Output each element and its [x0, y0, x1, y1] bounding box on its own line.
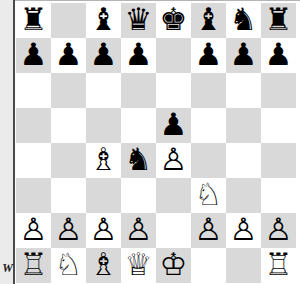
square-a8[interactable]: ♜ — [16, 3, 51, 38]
piece-white-bishop[interactable]: ♗ — [90, 143, 118, 177]
square-a7[interactable]: ♟ — [16, 38, 51, 73]
piece-white-rook[interactable]: ♖ — [265, 248, 293, 282]
piece-black-pawn[interactable]: ♟ — [90, 38, 118, 72]
square-d3[interactable] — [121, 178, 156, 213]
piece-white-bishop[interactable]: ♗ — [90, 248, 118, 282]
square-d6[interactable] — [121, 73, 156, 108]
piece-black-queen[interactable]: ♛ — [125, 3, 153, 37]
square-d7[interactable]: ♟ — [121, 38, 156, 73]
square-h4[interactable] — [261, 143, 296, 178]
square-c2[interactable]: ♙ — [86, 213, 121, 248]
square-c7[interactable]: ♟ — [86, 38, 121, 73]
board-left-border-line — [13, 0, 15, 284]
square-g4[interactable] — [226, 143, 261, 178]
square-g6[interactable] — [226, 73, 261, 108]
square-e2[interactable] — [156, 213, 191, 248]
square-f6[interactable] — [191, 73, 226, 108]
square-g1[interactable] — [226, 248, 261, 283]
square-b7[interactable]: ♟ — [51, 38, 86, 73]
piece-black-bishop[interactable]: ♝ — [195, 3, 223, 37]
square-a1[interactable]: ♖ — [16, 248, 51, 283]
square-d5[interactable] — [121, 108, 156, 143]
piece-black-pawn[interactable]: ♟ — [265, 38, 293, 72]
piece-black-king[interactable]: ♚ — [160, 3, 188, 37]
square-b3[interactable] — [51, 178, 86, 213]
piece-white-pawn[interactable]: ♙ — [230, 213, 258, 247]
piece-white-knight[interactable]: ♘ — [195, 178, 223, 212]
square-d8[interactable]: ♛ — [121, 3, 156, 38]
piece-black-pawn[interactable]: ♟ — [160, 108, 188, 142]
piece-white-pawn[interactable]: ♙ — [195, 213, 223, 247]
square-e6[interactable] — [156, 73, 191, 108]
square-c6[interactable] — [86, 73, 121, 108]
square-a4[interactable] — [16, 143, 51, 178]
square-a3[interactable] — [16, 178, 51, 213]
piece-black-rook[interactable]: ♜ — [265, 3, 293, 37]
piece-black-knight[interactable]: ♞ — [230, 3, 258, 37]
square-c8[interactable]: ♝ — [86, 3, 121, 38]
square-e7[interactable] — [156, 38, 191, 73]
piece-black-pawn[interactable]: ♟ — [125, 38, 153, 72]
piece-black-bishop[interactable]: ♝ — [90, 3, 118, 37]
piece-white-rook[interactable]: ♖ — [20, 248, 48, 282]
piece-white-pawn[interactable]: ♙ — [55, 213, 83, 247]
square-h2[interactable]: ♙ — [261, 213, 296, 248]
square-e3[interactable] — [156, 178, 191, 213]
square-d4[interactable]: ♞ — [121, 143, 156, 178]
square-h1[interactable]: ♖ — [261, 248, 296, 283]
piece-black-rook[interactable]: ♜ — [20, 3, 48, 37]
piece-black-pawn[interactable]: ♟ — [55, 38, 83, 72]
square-g2[interactable]: ♙ — [226, 213, 261, 248]
square-g3[interactable] — [226, 178, 261, 213]
piece-white-pawn[interactable]: ♙ — [265, 213, 293, 247]
square-h3[interactable] — [261, 178, 296, 213]
square-f7[interactable]: ♟ — [191, 38, 226, 73]
square-b5[interactable] — [51, 108, 86, 143]
square-f1[interactable] — [191, 248, 226, 283]
piece-black-pawn[interactable]: ♟ — [195, 38, 223, 72]
square-h8[interactable]: ♜ — [261, 3, 296, 38]
piece-black-pawn[interactable]: ♟ — [20, 38, 48, 72]
square-f3[interactable]: ♘ — [191, 178, 226, 213]
piece-white-queen[interactable]: ♕ — [125, 248, 153, 282]
square-f8[interactable]: ♝ — [191, 3, 226, 38]
square-d2[interactable]: ♙ — [121, 213, 156, 248]
square-b8[interactable] — [51, 3, 86, 38]
square-e1[interactable]: ♔ — [156, 248, 191, 283]
chess-diagram: W ♜♝♛♚♝♞♜♟♟♟♟♟♟♟♟♗♞♙♘♙♙♙♙♙♙♙♖♘♗♕♔♖ — [0, 0, 300, 284]
square-f5[interactable] — [191, 108, 226, 143]
piece-white-king[interactable]: ♔ — [160, 248, 188, 282]
square-e8[interactable]: ♚ — [156, 3, 191, 38]
square-g7[interactable]: ♟ — [226, 38, 261, 73]
square-c4[interactable]: ♗ — [86, 143, 121, 178]
square-c1[interactable]: ♗ — [86, 248, 121, 283]
square-a2[interactable]: ♙ — [16, 213, 51, 248]
piece-white-pawn[interactable]: ♙ — [160, 143, 188, 177]
square-g8[interactable]: ♞ — [226, 3, 261, 38]
square-h6[interactable] — [261, 73, 296, 108]
square-g5[interactable] — [226, 108, 261, 143]
piece-black-pawn[interactable]: ♟ — [230, 38, 258, 72]
square-e4[interactable]: ♙ — [156, 143, 191, 178]
square-b4[interactable] — [51, 143, 86, 178]
square-h5[interactable] — [261, 108, 296, 143]
square-a5[interactable] — [16, 108, 51, 143]
square-b6[interactable] — [51, 73, 86, 108]
top-border-line — [0, 0, 300, 1]
piece-white-pawn[interactable]: ♙ — [20, 213, 48, 247]
square-h7[interactable]: ♟ — [261, 38, 296, 73]
piece-white-pawn[interactable]: ♙ — [125, 213, 153, 247]
square-b2[interactable]: ♙ — [51, 213, 86, 248]
square-c3[interactable] — [86, 178, 121, 213]
square-f4[interactable] — [191, 143, 226, 178]
piece-white-pawn[interactable]: ♙ — [90, 213, 118, 247]
piece-white-knight[interactable]: ♘ — [55, 248, 83, 282]
side-to-move-indicator: W — [2, 261, 13, 275]
square-a6[interactable] — [16, 73, 51, 108]
piece-black-knight[interactable]: ♞ — [125, 143, 153, 177]
square-e5[interactable]: ♟ — [156, 108, 191, 143]
chess-board: ♜♝♛♚♝♞♜♟♟♟♟♟♟♟♟♗♞♙♘♙♙♙♙♙♙♙♖♘♗♕♔♖ — [16, 3, 296, 283]
square-c5[interactable] — [86, 108, 121, 143]
square-b1[interactable]: ♘ — [51, 248, 86, 283]
square-d1[interactable]: ♕ — [121, 248, 156, 283]
square-f2[interactable]: ♙ — [191, 213, 226, 248]
left-margin — [0, 0, 13, 284]
